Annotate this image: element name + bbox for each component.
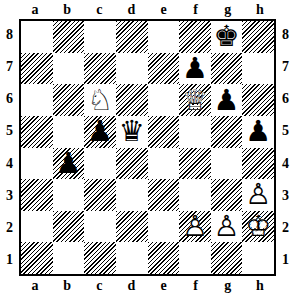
file-label-d-top: d — [128, 3, 136, 17]
square-c5[interactable]: ♟ — [84, 116, 116, 148]
file-labels-top: abcdefgh — [19, 0, 276, 19]
rank-label-6-right: 6 — [282, 92, 289, 106]
square-h8[interactable] — [242, 21, 274, 53]
piece-white-pawn-h3: ♟♙ — [242, 179, 274, 211]
square-g3[interactable] — [211, 179, 243, 211]
square-g4[interactable] — [211, 148, 243, 180]
white-pawn-icon: ♙ — [211, 211, 243, 243]
white-pawn-icon: ♙ — [242, 179, 274, 211]
square-a3[interactable] — [21, 179, 53, 211]
square-b1[interactable] — [53, 242, 85, 274]
square-h4[interactable] — [242, 148, 274, 180]
file-label-g-bottom: g — [224, 279, 231, 293]
square-g7[interactable] — [211, 53, 243, 85]
square-c7[interactable] — [84, 53, 116, 85]
black-pawn-icon: ♟ — [242, 116, 274, 148]
file-label-g-top: g — [224, 3, 231, 17]
square-a8[interactable] — [21, 21, 53, 53]
rank-label-4-left: 4 — [6, 157, 13, 171]
black-pawn-icon: ♟ — [53, 148, 85, 180]
black-pawn-icon: ♟ — [84, 116, 116, 148]
piece-black-queen-d5: ♛ — [116, 116, 148, 148]
square-b3[interactable] — [53, 179, 85, 211]
white-king-icon: ♔ — [242, 211, 274, 243]
rank-label-3-right: 3 — [282, 189, 289, 203]
rank-label-4-right: 4 — [282, 157, 289, 171]
square-d1[interactable] — [116, 242, 148, 274]
square-e7[interactable] — [148, 53, 180, 85]
square-d6[interactable] — [116, 84, 148, 116]
square-a6[interactable] — [21, 84, 53, 116]
square-e1[interactable] — [148, 242, 180, 274]
file-label-a-top: a — [32, 3, 39, 17]
piece-black-pawn-f7: ♟ — [179, 53, 211, 85]
square-d8[interactable] — [116, 21, 148, 53]
square-f3[interactable] — [179, 179, 211, 211]
square-d5[interactable]: ♛ — [116, 116, 148, 148]
square-c3[interactable] — [84, 179, 116, 211]
square-e8[interactable] — [148, 21, 180, 53]
file-label-b-bottom: b — [63, 279, 71, 293]
square-h5[interactable]: ♟ — [242, 116, 274, 148]
black-pawn-icon: ♟ — [179, 53, 211, 85]
square-b7[interactable] — [53, 53, 85, 85]
piece-white-pawn-g2: ♟♙ — [211, 211, 243, 243]
square-e6[interactable] — [148, 84, 180, 116]
rank-label-7-right: 7 — [282, 60, 289, 74]
square-f5[interactable] — [179, 116, 211, 148]
square-h1[interactable] — [242, 242, 274, 274]
square-a5[interactable] — [21, 116, 53, 148]
piece-black-pawn-g6: ♟ — [211, 84, 243, 116]
rank-label-8-right: 8 — [282, 28, 289, 42]
white-pawn-icon: ♙ — [179, 211, 211, 243]
square-f4[interactable] — [179, 148, 211, 180]
piece-white-queen-f6: ♛♕ — [179, 84, 211, 116]
piece-white-king-h2: ♚♔ — [242, 211, 274, 243]
square-e3[interactable] — [148, 179, 180, 211]
square-d2[interactable] — [116, 211, 148, 243]
black-pawn-icon: ♟ — [211, 84, 243, 116]
square-e2[interactable] — [148, 211, 180, 243]
black-king-icon: ♚ — [211, 21, 243, 53]
square-g8[interactable]: ♚ — [211, 21, 243, 53]
file-label-b-top: b — [63, 3, 71, 17]
file-label-c-top: c — [96, 3, 102, 17]
square-f1[interactable] — [179, 242, 211, 274]
piece-black-pawn-b4: ♟ — [53, 148, 85, 180]
square-a4[interactable] — [21, 148, 53, 180]
piece-black-pawn-c5: ♟ — [84, 116, 116, 148]
rank-label-1-left: 1 — [6, 253, 13, 267]
square-d7[interactable] — [116, 53, 148, 85]
square-f7[interactable]: ♟ — [179, 53, 211, 85]
rank-label-6-left: 6 — [6, 92, 13, 106]
square-c4[interactable] — [84, 148, 116, 180]
rank-labels-right: 87654321 — [276, 19, 295, 276]
file-label-c-bottom: c — [96, 279, 102, 293]
file-label-h-top: h — [256, 3, 264, 17]
square-f6[interactable]: ♛♕ — [179, 84, 211, 116]
square-f8[interactable] — [179, 21, 211, 53]
square-b4[interactable]: ♟ — [53, 148, 85, 180]
square-e4[interactable] — [148, 148, 180, 180]
square-b2[interactable] — [53, 211, 85, 243]
rank-label-2-right: 2 — [282, 221, 289, 235]
square-h7[interactable] — [242, 53, 274, 85]
chess-diagram: abcdefgh 87654321 ♚♟♞♘♛♕♟♟♛♟♟♟♙♟♙♟♙♚♔ 87… — [0, 0, 295, 295]
square-h2[interactable]: ♚♔ — [242, 211, 274, 243]
square-e5[interactable] — [148, 116, 180, 148]
white-knight-icon: ♘ — [84, 84, 116, 116]
square-h3[interactable]: ♟♙ — [242, 179, 274, 211]
file-label-f-top: f — [193, 3, 198, 17]
square-c8[interactable] — [84, 21, 116, 53]
file-labels-bottom: abcdefgh — [19, 276, 276, 295]
file-label-e-top: e — [160, 3, 166, 17]
file-label-e-bottom: e — [160, 279, 166, 293]
rank-label-2-left: 2 — [6, 221, 13, 235]
square-a1[interactable] — [21, 242, 53, 274]
file-label-d-bottom: d — [128, 279, 136, 293]
square-g1[interactable] — [211, 242, 243, 274]
piece-black-pawn-h5: ♟ — [242, 116, 274, 148]
square-b5[interactable] — [53, 116, 85, 148]
square-c6[interactable]: ♞♘ — [84, 84, 116, 116]
square-a7[interactable] — [21, 53, 53, 85]
square-b6[interactable] — [53, 84, 85, 116]
square-d4[interactable] — [116, 148, 148, 180]
rank-label-7-left: 7 — [6, 60, 13, 74]
chess-board: ♚♟♞♘♛♕♟♟♛♟♟♟♙♟♙♟♙♚♔ — [19, 19, 276, 276]
piece-white-knight-c6: ♞♘ — [84, 84, 116, 116]
square-b8[interactable] — [53, 21, 85, 53]
file-label-a-bottom: a — [32, 279, 39, 293]
rank-label-5-left: 5 — [6, 124, 13, 138]
file-label-f-bottom: f — [193, 279, 198, 293]
square-a2[interactable] — [21, 211, 53, 243]
rank-label-5-right: 5 — [282, 124, 289, 138]
square-d3[interactable] — [116, 179, 148, 211]
piece-black-king-g8: ♚ — [211, 21, 243, 53]
square-g2[interactable]: ♟♙ — [211, 211, 243, 243]
rank-label-1-right: 1 — [282, 253, 289, 267]
rank-labels-left: 87654321 — [0, 19, 19, 276]
square-f2[interactable]: ♟♙ — [179, 211, 211, 243]
piece-white-pawn-f2: ♟♙ — [179, 211, 211, 243]
rank-label-3-left: 3 — [6, 189, 13, 203]
square-g5[interactable] — [211, 116, 243, 148]
file-label-h-bottom: h — [256, 279, 264, 293]
white-queen-icon: ♕ — [179, 84, 211, 116]
square-c1[interactable] — [84, 242, 116, 274]
rank-label-8-left: 8 — [6, 28, 13, 42]
square-h6[interactable] — [242, 84, 274, 116]
square-c2[interactable] — [84, 211, 116, 243]
square-g6[interactable]: ♟ — [211, 84, 243, 116]
black-queen-icon: ♛ — [116, 116, 148, 148]
